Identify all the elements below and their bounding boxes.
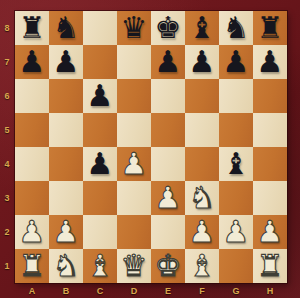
black-pawn[interactable]: ♟ [253,45,287,79]
square-e7[interactable]: ♟ [151,45,185,79]
square-f3[interactable]: ♞ [185,181,219,215]
square-b5[interactable] [49,113,83,147]
white-knight[interactable]: ♞ [49,249,83,283]
square-c7[interactable] [83,45,117,79]
file-label-h: H [253,283,287,298]
square-d1[interactable]: ♛ [117,249,151,283]
square-a1[interactable]: ♜ [15,249,49,283]
rank-label-3: 3 [0,181,14,215]
square-a2[interactable]: ♟ [15,215,49,249]
file-label-g: G [219,283,253,298]
square-h5[interactable] [253,113,287,147]
white-bishop[interactable]: ♝ [185,249,219,283]
black-pawn[interactable]: ♟ [83,147,117,181]
white-pawn[interactable]: ♟ [117,147,151,181]
square-h7[interactable]: ♟ [253,45,287,79]
white-pawn[interactable]: ♟ [49,215,83,249]
square-e3[interactable]: ♟ [151,181,185,215]
square-b2[interactable]: ♟ [49,215,83,249]
file-label-a: A [15,283,49,298]
square-h6[interactable] [253,79,287,113]
square-e2[interactable] [151,215,185,249]
rank-label-5: 5 [0,113,14,147]
rank-label-4: 4 [0,147,14,181]
square-f1[interactable]: ♝ [185,249,219,283]
square-c2[interactable] [83,215,117,249]
white-queen[interactable]: ♛ [117,249,151,283]
square-g7[interactable]: ♟ [219,45,253,79]
square-h2[interactable]: ♟ [253,215,287,249]
black-bishop[interactable]: ♝ [219,147,253,181]
square-e5[interactable] [151,113,185,147]
white-king[interactable]: ♚ [151,249,185,283]
rank-label-6: 6 [0,79,14,113]
file-label-f: F [185,283,219,298]
square-b1[interactable]: ♞ [49,249,83,283]
black-knight[interactable]: ♞ [219,11,253,45]
white-knight[interactable]: ♞ [185,181,219,215]
square-d8[interactable]: ♛ [117,11,151,45]
square-c4[interactable]: ♟ [83,147,117,181]
square-f2[interactable]: ♟ [185,215,219,249]
rank-label-8: 8 [0,11,14,45]
square-c6[interactable]: ♟ [83,79,117,113]
square-f8[interactable]: ♝ [185,11,219,45]
black-knight[interactable]: ♞ [49,11,83,45]
square-e1[interactable]: ♚ [151,249,185,283]
black-pawn[interactable]: ♟ [151,45,185,79]
square-c1[interactable]: ♝ [83,249,117,283]
square-a3[interactable] [15,181,49,215]
black-pawn[interactable]: ♟ [185,45,219,79]
square-b7[interactable]: ♟ [49,45,83,79]
square-f5[interactable] [185,113,219,147]
rank-label-2: 2 [0,215,14,249]
square-d5[interactable] [117,113,151,147]
white-pawn[interactable]: ♟ [253,215,287,249]
chess-board-frame: ♜♞♛♚♝♞♜♟♟♟♟♟♟♟♟♟♝♟♞♟♟♟♟♟♜♞♝♛♚♝♜ 87654321… [0,0,300,298]
rank-label-1: 1 [0,249,14,283]
square-f6[interactable] [185,79,219,113]
square-a8[interactable]: ♜ [15,11,49,45]
square-d3[interactable] [117,181,151,215]
black-pawn[interactable]: ♟ [219,45,253,79]
square-c5[interactable] [83,113,117,147]
rank-label-7: 7 [0,45,14,79]
square-g2[interactable]: ♟ [219,215,253,249]
square-g3[interactable] [219,181,253,215]
black-bishop[interactable]: ♝ [185,11,219,45]
square-a7[interactable]: ♟ [15,45,49,79]
file-label-d: D [117,283,151,298]
square-f4[interactable] [185,147,219,181]
square-h8[interactable]: ♜ [253,11,287,45]
square-g8[interactable]: ♞ [219,11,253,45]
square-a6[interactable] [15,79,49,113]
file-label-c: C [83,283,117,298]
square-b6[interactable] [49,79,83,113]
square-b4[interactable] [49,147,83,181]
black-queen[interactable]: ♛ [117,11,151,45]
white-pawn[interactable]: ♟ [185,215,219,249]
file-label-e: E [151,283,185,298]
square-c8[interactable] [83,11,117,45]
square-d4[interactable]: ♟ [117,147,151,181]
square-g6[interactable] [219,79,253,113]
square-d6[interactable] [117,79,151,113]
square-h1[interactable]: ♜ [253,249,287,283]
black-pawn[interactable]: ♟ [15,45,49,79]
white-rook[interactable]: ♜ [253,249,287,283]
black-rook[interactable]: ♜ [15,11,49,45]
square-d2[interactable] [117,215,151,249]
black-king[interactable]: ♚ [151,11,185,45]
white-pawn[interactable]: ♟ [15,215,49,249]
white-pawn[interactable]: ♟ [219,215,253,249]
square-f7[interactable]: ♟ [185,45,219,79]
square-g5[interactable] [219,113,253,147]
square-h3[interactable] [253,181,287,215]
file-label-b: B [49,283,83,298]
square-g1[interactable] [219,249,253,283]
square-g4[interactable]: ♝ [219,147,253,181]
black-pawn[interactable]: ♟ [83,79,117,113]
square-a5[interactable] [15,113,49,147]
chess-board: ♜♞♛♚♝♞♜♟♟♟♟♟♟♟♟♟♝♟♞♟♟♟♟♟♜♞♝♛♚♝♜ [15,11,287,283]
square-e8[interactable]: ♚ [151,11,185,45]
black-pawn[interactable]: ♟ [49,45,83,79]
white-pawn[interactable]: ♟ [151,181,185,215]
square-b8[interactable]: ♞ [49,11,83,45]
black-rook[interactable]: ♜ [253,11,287,45]
square-e4[interactable] [151,147,185,181]
square-h4[interactable] [253,147,287,181]
square-d7[interactable] [117,45,151,79]
white-rook[interactable]: ♜ [15,249,49,283]
white-bishop[interactable]: ♝ [83,249,117,283]
square-c3[interactable] [83,181,117,215]
square-b3[interactable] [49,181,83,215]
square-a4[interactable] [15,147,49,181]
square-e6[interactable] [151,79,185,113]
